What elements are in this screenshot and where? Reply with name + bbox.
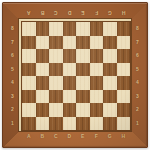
file-label-bottom-h: H [117, 132, 131, 141]
rank-label-right-1: 1 [133, 117, 142, 131]
square-d1 [63, 117, 77, 131]
square-e5 [76, 63, 90, 77]
square-g6 [103, 49, 117, 63]
file-label-bottom-g: G [103, 132, 117, 141]
square-a6 [22, 49, 36, 63]
square-f5 [90, 63, 104, 77]
file-label-top-b: B [36, 8, 50, 17]
square-a4 [22, 76, 36, 90]
file-label-top-a: A [22, 8, 36, 17]
rank-label-left-4: 4 [8, 76, 17, 90]
square-d8 [63, 22, 77, 36]
square-f1 [90, 117, 104, 131]
file-label-top-g: G [103, 8, 117, 17]
square-b5 [36, 63, 50, 77]
square-a5 [22, 63, 36, 77]
file-label-top-h: H [117, 8, 131, 17]
square-b3 [36, 90, 50, 104]
square-g1 [103, 117, 117, 131]
file-label-bottom-e: E [76, 132, 90, 141]
square-a3 [22, 90, 36, 104]
square-b8 [36, 22, 50, 36]
file-label-top-c: C [49, 8, 63, 17]
square-d5 [63, 63, 77, 77]
photo-background: ABCDEFGH ABCDEFGH 87654321 87654321 [0, 0, 150, 150]
square-d7 [63, 36, 77, 50]
square-b1 [36, 117, 50, 131]
board-inner-border [18, 18, 132, 132]
square-h8 [117, 22, 131, 36]
file-label-top-d: D [63, 8, 77, 17]
rank-label-right-2: 2 [133, 103, 142, 117]
square-e8 [76, 22, 90, 36]
file-label-bottom-a: A [22, 132, 36, 141]
square-b4 [36, 76, 50, 90]
square-c6 [49, 49, 63, 63]
square-h2 [117, 103, 131, 117]
file-label-top-e: E [76, 8, 90, 17]
square-g2 [103, 103, 117, 117]
rank-label-left-3: 3 [8, 90, 17, 104]
rank-label-left-5: 5 [8, 63, 17, 77]
square-d3 [63, 90, 77, 104]
square-h7 [117, 36, 131, 50]
square-g3 [103, 90, 117, 104]
file-labels-top: ABCDEFGH [22, 8, 130, 17]
rank-label-right-5: 5 [133, 63, 142, 77]
square-a2 [22, 103, 36, 117]
rank-labels-left: 87654321 [8, 22, 17, 130]
square-c8 [49, 22, 63, 36]
rank-label-right-8: 8 [133, 22, 142, 36]
square-a1 [22, 117, 36, 131]
chess-board: ABCDEFGH ABCDEFGH 87654321 87654321 [2, 2, 148, 148]
square-d4 [63, 76, 77, 90]
square-f8 [90, 22, 104, 36]
square-e7 [76, 36, 90, 50]
square-f6 [90, 49, 104, 63]
square-f2 [90, 103, 104, 117]
square-c1 [49, 117, 63, 131]
square-c5 [49, 63, 63, 77]
square-d6 [63, 49, 77, 63]
rank-label-left-1: 1 [8, 117, 17, 131]
rank-label-right-6: 6 [133, 49, 142, 63]
rank-label-left-2: 2 [8, 103, 17, 117]
file-label-bottom-c: C [49, 132, 63, 141]
square-h6 [117, 49, 131, 63]
square-f7 [90, 36, 104, 50]
square-g7 [103, 36, 117, 50]
square-c7 [49, 36, 63, 50]
square-c4 [49, 76, 63, 90]
square-c3 [49, 90, 63, 104]
file-label-bottom-d: D [63, 132, 77, 141]
square-e3 [76, 90, 90, 104]
file-label-bottom-b: B [36, 132, 50, 141]
square-e4 [76, 76, 90, 90]
square-g8 [103, 22, 117, 36]
file-label-top-f: F [90, 8, 104, 17]
square-h3 [117, 90, 131, 104]
square-g4 [103, 76, 117, 90]
square-a8 [22, 22, 36, 36]
rank-labels-right: 87654321 [133, 22, 142, 130]
square-f3 [90, 90, 104, 104]
square-b2 [36, 103, 50, 117]
rank-label-left-7: 7 [8, 36, 17, 50]
square-g5 [103, 63, 117, 77]
board-grid [21, 21, 131, 131]
rank-label-left-8: 8 [8, 22, 17, 36]
square-c2 [49, 103, 63, 117]
square-b6 [36, 49, 50, 63]
file-label-bottom-f: F [90, 132, 104, 141]
square-e1 [76, 117, 90, 131]
square-b7 [36, 36, 50, 50]
square-e6 [76, 49, 90, 63]
square-f4 [90, 76, 104, 90]
square-d2 [63, 103, 77, 117]
square-h1 [117, 117, 131, 131]
square-h5 [117, 63, 131, 77]
square-e2 [76, 103, 90, 117]
rank-label-left-6: 6 [8, 49, 17, 63]
rank-label-right-4: 4 [133, 76, 142, 90]
file-labels-bottom: ABCDEFGH [22, 132, 130, 141]
square-a7 [22, 36, 36, 50]
square-h4 [117, 76, 131, 90]
rank-label-right-3: 3 [133, 90, 142, 104]
rank-label-right-7: 7 [133, 36, 142, 50]
